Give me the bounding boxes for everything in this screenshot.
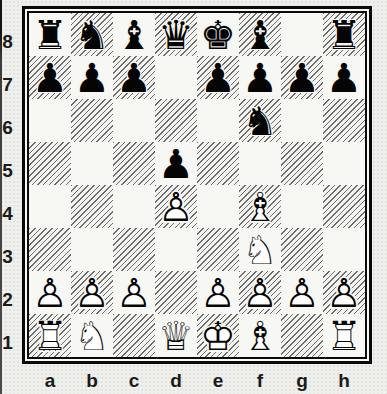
black-bishop-icon: ♝	[113, 13, 155, 56]
square-c2: ♟♙	[113, 271, 155, 314]
square-a1: ♜♖	[29, 314, 71, 357]
square-a8: ♜	[29, 13, 71, 56]
black-rook-icon: ♜	[29, 13, 71, 56]
square-c1	[113, 314, 155, 357]
rank-label-1: 1	[0, 321, 15, 364]
white-pawn-icon: ♟♙	[323, 271, 365, 314]
square-c7: ♟	[113, 56, 155, 99]
square-h5	[323, 142, 365, 185]
square-g7: ♟	[281, 56, 323, 99]
square-d7	[155, 56, 197, 99]
white-pawn-icon: ♟♙	[197, 271, 239, 314]
square-a6	[29, 99, 71, 142]
square-c4	[113, 185, 155, 228]
square-b6	[71, 99, 113, 142]
file-label-g: g	[281, 370, 323, 392]
white-pawn-icon: ♟♙	[281, 271, 323, 314]
white-knight-icon: ♞♘	[71, 314, 113, 357]
square-f3: ♞♘	[239, 228, 281, 271]
square-a4	[29, 185, 71, 228]
square-g8	[281, 13, 323, 56]
rank-label-8: 8	[0, 20, 15, 63]
file-label-c: c	[113, 370, 155, 392]
black-queen-icon: ♛	[155, 13, 197, 56]
square-d1: ♛♕	[155, 314, 197, 357]
square-h6	[323, 99, 365, 142]
square-e7: ♟	[197, 56, 239, 99]
square-c8: ♝	[113, 13, 155, 56]
square-f8: ♝	[239, 13, 281, 56]
square-h1: ♜♖	[323, 314, 365, 357]
chess-diagram-page: 87654321 ♜♞♝♛♚♝♜♟♟♟♟♟♟♟♞♟♟♙♝♗♞♘♟♙♟♙♟♙♟♙♟…	[0, 0, 387, 394]
black-bishop-icon: ♝	[239, 13, 281, 56]
square-d2	[155, 271, 197, 314]
square-b7: ♟	[71, 56, 113, 99]
square-g4	[281, 185, 323, 228]
black-pawn-icon: ♟	[113, 56, 155, 99]
white-king-icon: ♚♔	[197, 314, 239, 357]
rank-label-6: 6	[0, 106, 15, 149]
square-e4	[197, 185, 239, 228]
rank-labels: 87654321	[0, 20, 15, 364]
square-e5	[197, 142, 239, 185]
square-e2: ♟♙	[197, 271, 239, 314]
file-label-a: a	[29, 370, 71, 392]
black-pawn-icon: ♟	[71, 56, 113, 99]
square-h4	[323, 185, 365, 228]
square-a3	[29, 228, 71, 271]
square-d6	[155, 99, 197, 142]
square-e1: ♚♔	[197, 314, 239, 357]
square-d5: ♟	[155, 142, 197, 185]
square-d4: ♟♙	[155, 185, 197, 228]
square-e3	[197, 228, 239, 271]
file-label-b: b	[71, 370, 113, 392]
file-label-d: d	[155, 370, 197, 392]
square-g3	[281, 228, 323, 271]
black-pawn-icon: ♟	[239, 56, 281, 99]
square-g2: ♟♙	[281, 271, 323, 314]
rank-label-7: 7	[0, 63, 15, 106]
rank-label-3: 3	[0, 235, 15, 278]
square-f4: ♝♗	[239, 185, 281, 228]
chess-board-frame: ♜♞♝♛♚♝♜♟♟♟♟♟♟♟♞♟♟♙♝♗♞♘♟♙♟♙♟♙♟♙♟♙♟♙♟♙♜♖♞♘…	[22, 6, 372, 364]
square-a2: ♟♙	[29, 271, 71, 314]
square-b8: ♞	[71, 13, 113, 56]
file-label-h: h	[323, 370, 365, 392]
square-c6	[113, 99, 155, 142]
square-h2: ♟♙	[323, 271, 365, 314]
rank-label-2: 2	[0, 278, 15, 321]
square-b5	[71, 142, 113, 185]
black-knight-icon: ♞	[71, 13, 113, 56]
black-pawn-icon: ♟	[29, 56, 71, 99]
square-g5	[281, 142, 323, 185]
white-pawn-icon: ♟♙	[155, 185, 197, 228]
square-c3	[113, 228, 155, 271]
square-f1: ♝♗	[239, 314, 281, 357]
white-pawn-icon: ♟♙	[239, 271, 281, 314]
square-c5	[113, 142, 155, 185]
black-pawn-icon: ♟	[323, 56, 365, 99]
file-label-e: e	[197, 370, 239, 392]
file-label-f: f	[239, 370, 281, 392]
square-e8: ♚	[197, 13, 239, 56]
white-rook-icon: ♜♖	[29, 314, 71, 357]
chess-board: ♜♞♝♛♚♝♜♟♟♟♟♟♟♟♞♟♟♙♝♗♞♘♟♙♟♙♟♙♟♙♟♙♟♙♟♙♜♖♞♘…	[27, 11, 367, 359]
square-b3	[71, 228, 113, 271]
white-bishop-icon: ♝♗	[239, 185, 281, 228]
square-e6	[197, 99, 239, 142]
white-pawn-icon: ♟♙	[29, 271, 71, 314]
square-g1	[281, 314, 323, 357]
square-a7: ♟	[29, 56, 71, 99]
white-bishop-icon: ♝♗	[239, 314, 281, 357]
square-f5	[239, 142, 281, 185]
black-pawn-icon: ♟	[155, 142, 197, 185]
square-f7: ♟	[239, 56, 281, 99]
square-b2: ♟♙	[71, 271, 113, 314]
black-pawn-icon: ♟	[197, 56, 239, 99]
white-pawn-icon: ♟♙	[71, 271, 113, 314]
square-a5	[29, 142, 71, 185]
square-g6	[281, 99, 323, 142]
black-king-icon: ♚	[197, 13, 239, 56]
rank-label-4: 4	[0, 192, 15, 235]
white-rook-icon: ♜♖	[323, 314, 365, 357]
black-pawn-icon: ♟	[281, 56, 323, 99]
square-b1: ♞♘	[71, 314, 113, 357]
square-h7: ♟	[323, 56, 365, 99]
square-h8: ♜	[323, 13, 365, 56]
square-b4	[71, 185, 113, 228]
square-f6: ♞	[239, 99, 281, 142]
black-knight-icon: ♞	[239, 99, 281, 142]
black-rook-icon: ♜	[323, 13, 365, 56]
square-d8: ♛	[155, 13, 197, 56]
square-h3	[323, 228, 365, 271]
square-f2: ♟♙	[239, 271, 281, 314]
rank-label-5: 5	[0, 149, 15, 192]
file-labels: abcdefgh	[29, 370, 365, 392]
white-pawn-icon: ♟♙	[113, 271, 155, 314]
white-knight-icon: ♞♘	[239, 228, 281, 271]
square-d3	[155, 228, 197, 271]
white-queen-icon: ♛♕	[155, 314, 197, 357]
